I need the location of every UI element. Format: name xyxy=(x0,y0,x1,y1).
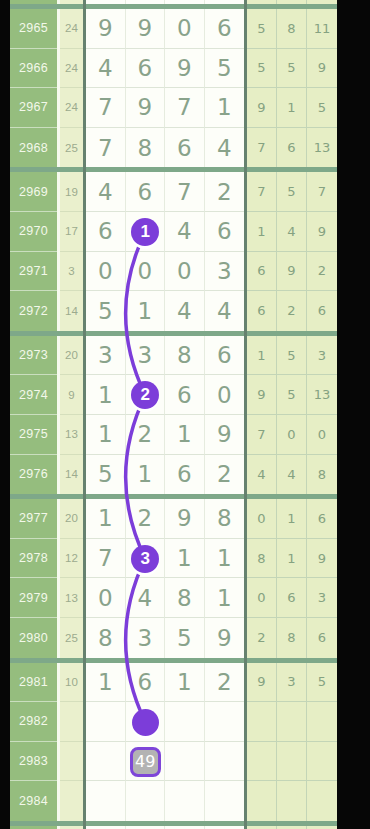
digit-cell xyxy=(205,702,245,742)
digit-cell: 1 xyxy=(205,88,245,128)
digit-cell: 6 xyxy=(205,336,245,376)
stat-cell xyxy=(247,742,277,782)
issue-cell: 2983 xyxy=(10,742,57,782)
digit-cell: 1 xyxy=(126,291,166,331)
sum-cell: 13 xyxy=(60,415,83,455)
stat-cell: 6 xyxy=(307,291,337,331)
digit-cell: 6 xyxy=(165,455,205,495)
digit-cell: 6 xyxy=(165,128,205,168)
stat-cell: 6 xyxy=(277,128,307,168)
digit-cell: 1 xyxy=(86,375,126,415)
stat-cell: 0 xyxy=(247,499,277,539)
issue-cell: 2980 xyxy=(10,618,57,658)
group-separator xyxy=(10,821,337,826)
stat-cell: 5 xyxy=(277,172,307,212)
issue-cell: 2969 xyxy=(10,172,57,212)
stat-cell: 2 xyxy=(307,252,337,292)
digit-cell: 6 xyxy=(165,375,205,415)
digit-cell: 7 xyxy=(86,539,126,579)
digit-cell: 9 xyxy=(205,618,245,658)
stat-cell: 9 xyxy=(307,212,337,252)
digit-cell: 1 xyxy=(86,415,126,455)
digit-cell: 1 xyxy=(86,499,126,539)
digit-section-right-border xyxy=(244,0,247,829)
issue-cell: 2976 xyxy=(10,455,57,495)
issue-cell: 2978 xyxy=(10,539,57,579)
digit-cell: 9 xyxy=(126,88,166,128)
stat-cell: 3 xyxy=(307,578,337,618)
stat-cell: 9 xyxy=(247,88,277,128)
stat-cell xyxy=(277,742,307,782)
prediction-value-box[interactable]: 49 xyxy=(130,747,161,777)
sum-cell: 14 xyxy=(60,455,83,495)
sum-cell: 20 xyxy=(60,336,83,376)
stat-cell: 5 xyxy=(277,375,307,415)
digit-cell: 7 xyxy=(86,88,126,128)
stat-cell: 9 xyxy=(247,663,277,703)
sum-cell xyxy=(60,702,83,742)
digit-cell: 8 xyxy=(165,336,205,376)
digit-cell: 9 xyxy=(86,9,126,49)
digit-cell xyxy=(205,742,245,782)
stat-cell xyxy=(247,781,277,821)
stat-cell: 3 xyxy=(277,663,307,703)
issue-cell: 2979 xyxy=(10,578,57,618)
sum-cell: 25 xyxy=(60,618,83,658)
stat-cell xyxy=(277,781,307,821)
group-separator xyxy=(10,4,337,9)
stat-cell xyxy=(307,702,337,742)
sum-cell: 24 xyxy=(60,9,83,49)
issue-cell: 2970 xyxy=(10,212,57,252)
stat-cell: 6 xyxy=(247,252,277,292)
issue-cell: 2981 xyxy=(10,663,57,703)
digit-cell: 3 xyxy=(126,336,166,376)
stat-cell: 7 xyxy=(247,172,277,212)
stat-cell: 7 xyxy=(247,128,277,168)
digit-cell xyxy=(86,781,126,821)
stat-cell: 9 xyxy=(247,375,277,415)
stat-cell: 13 xyxy=(307,128,337,168)
issue-cell: 2971 xyxy=(10,252,57,292)
digit-cell: 6 xyxy=(126,172,166,212)
digit-cell: 5 xyxy=(165,618,205,658)
trend-grid: 2965 24 9 9 0 6 5 8 11 2966 24 4 6 9 5 5… xyxy=(10,0,337,829)
stat-cell: 9 xyxy=(307,539,337,579)
stat-cell xyxy=(307,781,337,821)
stat-cell: 5 xyxy=(247,49,277,89)
stat-cell xyxy=(277,702,307,742)
group-separator xyxy=(10,658,337,663)
digit-section-left-border xyxy=(83,0,86,829)
stat-cell: 4 xyxy=(247,455,277,495)
digit-cell: 1 xyxy=(165,415,205,455)
digit-cell: 0 xyxy=(205,375,245,415)
digit-cell: 5 xyxy=(205,49,245,89)
stat-cell: 8 xyxy=(277,618,307,658)
trend-marker-1[interactable]: 1 xyxy=(131,218,159,246)
stat-cell: 11 xyxy=(307,9,337,49)
sum-cell: 24 xyxy=(60,49,83,89)
sum-cell: 25 xyxy=(60,128,83,168)
digit-cell: 5 xyxy=(86,455,126,495)
digit-cell xyxy=(86,702,126,742)
digit-cell: 6 xyxy=(126,663,166,703)
stat-cell: 5 xyxy=(247,9,277,49)
stat-cell: 4 xyxy=(277,455,307,495)
issue-cell: 2977 xyxy=(10,499,57,539)
stat-cell xyxy=(247,702,277,742)
issue-cell: 2974 xyxy=(10,375,57,415)
digit-cell: 1 xyxy=(86,663,126,703)
stat-cell: 8 xyxy=(247,539,277,579)
digit-cell: 9 xyxy=(126,9,166,49)
sum-cell: 17 xyxy=(60,212,83,252)
stat-cell: 2 xyxy=(247,618,277,658)
sum-cell: 13 xyxy=(60,578,83,618)
group-separator xyxy=(10,167,337,172)
digit-cell: 1 xyxy=(205,578,245,618)
stat-cell: 8 xyxy=(307,455,337,495)
stat-cell: 4 xyxy=(277,212,307,252)
stat-cell: 5 xyxy=(307,88,337,128)
stat-cell: 7 xyxy=(247,415,277,455)
stat-cell: 1 xyxy=(277,88,307,128)
stat-cell: 0 xyxy=(307,415,337,455)
digit-cell: 1 xyxy=(126,455,166,495)
digit-cell: 7 xyxy=(165,172,205,212)
group-separator xyxy=(10,331,337,336)
sum-cell: 14 xyxy=(60,291,83,331)
digit-cell: 0 xyxy=(126,252,166,292)
digit-cell: 4 xyxy=(86,49,126,89)
digit-cell: 3 xyxy=(126,618,166,658)
issue-cell: 2972 xyxy=(10,291,57,331)
stat-cell: 6 xyxy=(277,578,307,618)
digit-cell: 6 xyxy=(126,49,166,89)
issue-cell: 2984 xyxy=(10,781,57,821)
stat-cell: 13 xyxy=(307,375,337,415)
stat-cell: 7 xyxy=(307,172,337,212)
issue-cell: 2966 xyxy=(10,49,57,89)
digit-cell: 4 xyxy=(205,291,245,331)
issue-cell: 2967 xyxy=(10,88,57,128)
digit-cell: 2 xyxy=(205,455,245,495)
stat-cell: 0 xyxy=(277,415,307,455)
digit-cell: 7 xyxy=(86,128,126,168)
stat-cell: 9 xyxy=(307,49,337,89)
digit-cell xyxy=(86,742,126,782)
digit-cell: 9 xyxy=(205,415,245,455)
digit-cell: 1 xyxy=(205,539,245,579)
stat-cell xyxy=(307,742,337,782)
issue-cell: 2973 xyxy=(10,336,57,376)
digit-cell xyxy=(126,781,166,821)
sum-cell xyxy=(60,742,83,782)
digit-cell: 8 xyxy=(205,499,245,539)
sum-cell: 12 xyxy=(60,539,83,579)
digit-cell: 4 xyxy=(126,578,166,618)
digit-cell: 2 xyxy=(205,172,245,212)
digit-cell: 9 xyxy=(165,499,205,539)
digit-cell xyxy=(165,781,205,821)
digit-cell: 5 xyxy=(86,291,126,331)
stat-cell: 3 xyxy=(307,336,337,376)
digit-cell xyxy=(165,742,205,782)
digit-cell: 6 xyxy=(205,212,245,252)
stat-cell: 5 xyxy=(307,663,337,703)
digit-cell: 4 xyxy=(165,291,205,331)
group-separator xyxy=(10,494,337,499)
stat-cell: 9 xyxy=(277,252,307,292)
digit-cell: 3 xyxy=(86,336,126,376)
digit-cell: 3 xyxy=(205,252,245,292)
digit-cell: 6 xyxy=(86,212,126,252)
digit-cell: 1 xyxy=(165,663,205,703)
stat-cell: 8 xyxy=(277,9,307,49)
stat-cell: 1 xyxy=(277,539,307,579)
stat-cell: 6 xyxy=(307,618,337,658)
digit-cell: 2 xyxy=(126,415,166,455)
digit-cell: 8 xyxy=(126,128,166,168)
digit-cell: 1 xyxy=(165,539,205,579)
sum-cell: 10 xyxy=(60,663,83,703)
issue-cell: 2965 xyxy=(10,9,57,49)
stat-cell: 1 xyxy=(247,336,277,376)
issue-cell: 2982 xyxy=(10,702,57,742)
sum-cell: 20 xyxy=(60,499,83,539)
lottery-trend-screen: { "game": "lottery-number-trend-chart (4… xyxy=(0,0,370,829)
digit-cell: 8 xyxy=(86,618,126,658)
digit-cell: 0 xyxy=(165,252,205,292)
digit-cell: 6 xyxy=(205,9,245,49)
digit-cell: 0 xyxy=(86,252,126,292)
issue-cell: 2975 xyxy=(10,415,57,455)
stat-cell: 6 xyxy=(307,499,337,539)
stat-cell: 5 xyxy=(277,49,307,89)
digit-cell xyxy=(205,781,245,821)
digit-cell: 8 xyxy=(165,578,205,618)
sum-cell: 19 xyxy=(60,172,83,212)
trend-endpoint-dot[interactable] xyxy=(132,709,159,736)
issue-cell: 2968 xyxy=(10,128,57,168)
stat-cell: 6 xyxy=(247,291,277,331)
sum-cell xyxy=(60,781,83,821)
digit-cell: 2 xyxy=(205,663,245,703)
digit-cell: 9 xyxy=(165,49,205,89)
stat-cell: 0 xyxy=(247,578,277,618)
trend-marker-3[interactable]: 3 xyxy=(131,545,159,573)
digit-cell: 0 xyxy=(86,578,126,618)
digit-cell xyxy=(165,702,205,742)
stat-cell: 1 xyxy=(247,212,277,252)
stat-cell: 1 xyxy=(277,499,307,539)
column-divider xyxy=(57,0,60,829)
stat-cell: 5 xyxy=(277,336,307,376)
digit-cell: 0 xyxy=(165,9,205,49)
digit-cell: 4 xyxy=(86,172,126,212)
sum-cell: 3 xyxy=(60,252,83,292)
sum-cell: 24 xyxy=(60,88,83,128)
digit-cell: 7 xyxy=(165,88,205,128)
stat-cell: 2 xyxy=(277,291,307,331)
digit-cell: 4 xyxy=(205,128,245,168)
digit-cell: 2 xyxy=(126,499,166,539)
sum-cell: 9 xyxy=(60,375,83,415)
digit-cell: 4 xyxy=(165,212,205,252)
